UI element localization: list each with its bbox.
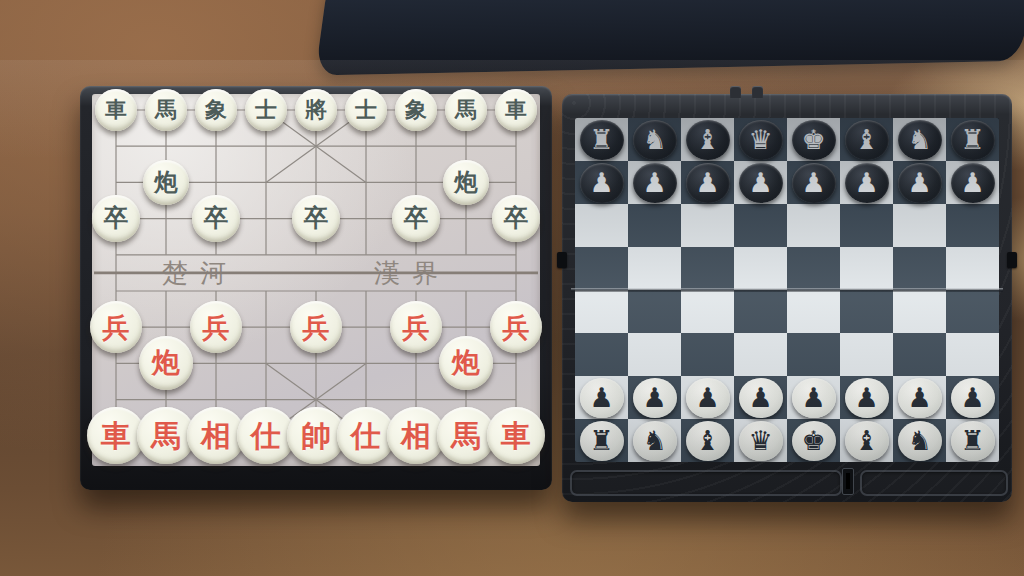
- hinge-tab-icon: [752, 86, 763, 98]
- case-latch[interactable]: [842, 468, 854, 495]
- piece-black-elephant[interactable]: 象: [395, 89, 437, 131]
- piece-red-soldier[interactable]: 兵: [190, 301, 242, 353]
- square-c6[interactable]: [681, 204, 734, 247]
- square-f5[interactable]: [840, 247, 893, 290]
- piece-black-pawn[interactable]: ♟: [686, 163, 730, 203]
- square-h8[interactable]: ♜: [946, 118, 999, 161]
- square-b6[interactable]: [628, 204, 681, 247]
- chess-board-area: ♜♞♝♛♚♝♞♜♟♟♟♟♟♟♟♟♟♟♟♟♟♟♟♟♜♞♝♛♚♝♞♜: [575, 118, 999, 462]
- piece-black-bishop[interactable]: ♝: [845, 120, 889, 160]
- piece-red-chariot[interactable]: 車: [487, 407, 544, 464]
- square-e5[interactable]: [787, 247, 840, 290]
- piece-black-chariot[interactable]: 車: [95, 89, 137, 131]
- square-h1[interactable]: ♜: [946, 419, 999, 462]
- square-f8[interactable]: ♝: [840, 118, 893, 161]
- square-g6[interactable]: [893, 204, 946, 247]
- piece-black-cannon[interactable]: 炮: [143, 160, 188, 205]
- square-h2[interactable]: ♟: [946, 376, 999, 419]
- square-a8[interactable]: ♜: [575, 118, 628, 161]
- side-hinge-pin-icon: [557, 252, 567, 268]
- square-e3[interactable]: [787, 333, 840, 376]
- square-b2[interactable]: ♟: [628, 376, 681, 419]
- piece-black-advisor[interactable]: 士: [345, 89, 387, 131]
- piece-black-soldier[interactable]: 卒: [292, 195, 339, 242]
- piece-black-pawn[interactable]: ♟: [792, 163, 836, 203]
- square-b3[interactable]: [628, 333, 681, 376]
- square-h4[interactable]: [946, 290, 999, 333]
- piece-black-pawn[interactable]: ♟: [951, 163, 995, 203]
- piece-black-chariot[interactable]: 車: [495, 89, 537, 131]
- square-f2[interactable]: ♟: [840, 376, 893, 419]
- square-g8[interactable]: ♞: [893, 118, 946, 161]
- piece-white-pawn[interactable]: ♟: [845, 378, 889, 418]
- piece-red-elephant[interactable]: 相: [387, 407, 444, 464]
- piece-white-bishop[interactable]: ♝: [686, 421, 730, 461]
- square-d7[interactable]: ♟: [734, 161, 787, 204]
- piece-white-pawn[interactable]: ♟: [633, 378, 677, 418]
- piece-white-knight[interactable]: ♞: [898, 421, 942, 461]
- piece-red-chariot[interactable]: 車: [87, 407, 144, 464]
- piece-red-soldier[interactable]: 兵: [490, 301, 542, 353]
- square-d8[interactable]: ♛: [734, 118, 787, 161]
- square-a6[interactable]: [575, 204, 628, 247]
- piece-black-pawn[interactable]: ♟: [580, 163, 624, 203]
- piece-white-pawn[interactable]: ♟: [898, 378, 942, 418]
- latch-slot-icon: [846, 473, 850, 489]
- piece-red-general[interactable]: 帥: [287, 407, 344, 464]
- square-a1[interactable]: ♜: [575, 419, 628, 462]
- piece-black-knight[interactable]: ♞: [633, 120, 677, 160]
- piece-white-pawn[interactable]: ♟: [792, 378, 836, 418]
- piece-black-knight[interactable]: ♞: [898, 120, 942, 160]
- square-b1[interactable]: ♞: [628, 419, 681, 462]
- square-e8[interactable]: ♚: [787, 118, 840, 161]
- square-e7[interactable]: ♟: [787, 161, 840, 204]
- piece-red-soldier[interactable]: 兵: [90, 301, 142, 353]
- square-h7[interactable]: ♟: [946, 161, 999, 204]
- square-b5[interactable]: [628, 247, 681, 290]
- square-c7[interactable]: ♟: [681, 161, 734, 204]
- piece-black-soldier[interactable]: 卒: [192, 195, 239, 242]
- square-a3[interactable]: [575, 333, 628, 376]
- case-molding-panel: [570, 470, 842, 496]
- piece-black-queen[interactable]: ♛: [739, 120, 783, 160]
- piece-black-bishop[interactable]: ♝: [686, 120, 730, 160]
- square-a7[interactable]: ♟: [575, 161, 628, 204]
- square-a5[interactable]: [575, 247, 628, 290]
- piece-white-pawn[interactable]: ♟: [580, 378, 624, 418]
- square-c1[interactable]: ♝: [681, 419, 734, 462]
- piece-black-cannon[interactable]: 炮: [443, 160, 488, 205]
- piece-red-soldier[interactable]: 兵: [290, 301, 342, 353]
- square-c5[interactable]: [681, 247, 734, 290]
- piece-black-rook[interactable]: ♜: [951, 120, 995, 160]
- case-molding-panel: [860, 470, 1008, 496]
- piece-white-knight[interactable]: ♞: [633, 421, 677, 461]
- piece-black-elephant[interactable]: 象: [195, 89, 237, 131]
- square-d5[interactable]: [734, 247, 787, 290]
- square-a4[interactable]: [575, 290, 628, 333]
- square-f3[interactable]: [840, 333, 893, 376]
- dark-object-background: [315, 0, 1024, 76]
- square-g5[interactable]: [893, 247, 946, 290]
- piece-red-advisor[interactable]: 仕: [337, 407, 394, 464]
- piece-white-rook[interactable]: ♜: [580, 421, 624, 461]
- xiangqi-board-set: 楚河 漢界 車馬象士將士象馬車炮炮卒卒卒卒卒兵兵兵兵兵炮炮車馬相仕帥仕相馬車: [80, 86, 552, 490]
- square-d6[interactable]: [734, 204, 787, 247]
- square-c2[interactable]: ♟: [681, 376, 734, 419]
- square-h3[interactable]: [946, 333, 999, 376]
- square-e4[interactable]: [787, 290, 840, 333]
- square-b4[interactable]: [628, 290, 681, 333]
- square-h5[interactable]: [946, 247, 999, 290]
- hinge-tab-icon: [730, 86, 741, 98]
- square-e2[interactable]: ♟: [787, 376, 840, 419]
- piece-white-pawn[interactable]: ♟: [951, 378, 995, 418]
- piece-black-pawn[interactable]: ♟: [739, 163, 783, 203]
- chess-board-set: ♜♞♝♛♚♝♞♜♟♟♟♟♟♟♟♟♟♟♟♟♟♟♟♟♜♞♝♛♚♝♞♜: [562, 94, 1012, 502]
- piece-white-queen[interactable]: ♛: [739, 421, 783, 461]
- square-d4[interactable]: [734, 290, 787, 333]
- piece-black-soldier[interactable]: 卒: [392, 195, 439, 242]
- square-g7[interactable]: ♟: [893, 161, 946, 204]
- chess-board: ♜♞♝♛♚♝♞♜♟♟♟♟♟♟♟♟♟♟♟♟♟♟♟♟♜♞♝♛♚♝♞♜: [575, 118, 999, 462]
- piece-white-bishop[interactable]: ♝: [845, 421, 889, 461]
- piece-black-soldier[interactable]: 卒: [492, 195, 539, 242]
- photo-scene: 楚河 漢界 車馬象士將士象馬車炮炮卒卒卒卒卒兵兵兵兵兵炮炮車馬相仕帥仕相馬車 ♜…: [0, 0, 1024, 576]
- square-c3[interactable]: [681, 333, 734, 376]
- piece-black-soldier[interactable]: 卒: [92, 195, 139, 242]
- square-d1[interactable]: ♛: [734, 419, 787, 462]
- piece-black-advisor[interactable]: 士: [245, 89, 287, 131]
- piece-black-pawn[interactable]: ♟: [898, 163, 942, 203]
- piece-black-pawn[interactable]: ♟: [633, 163, 677, 203]
- piece-black-rook[interactable]: ♜: [580, 120, 624, 160]
- piece-white-king[interactable]: ♚: [792, 421, 836, 461]
- square-b7[interactable]: ♟: [628, 161, 681, 204]
- piece-black-horse[interactable]: 馬: [445, 89, 487, 131]
- square-d3[interactable]: [734, 333, 787, 376]
- square-g2[interactable]: ♟: [893, 376, 946, 419]
- piece-red-elephant[interactable]: 相: [187, 407, 244, 464]
- square-d2[interactable]: ♟: [734, 376, 787, 419]
- piece-black-king[interactable]: ♚: [792, 120, 836, 160]
- square-f6[interactable]: [840, 204, 893, 247]
- xiangqi-board-surface: 楚河 漢界 車馬象士將士象馬車炮炮卒卒卒卒卒兵兵兵兵兵炮炮車馬相仕帥仕相馬車: [92, 94, 540, 466]
- square-e6[interactable]: [787, 204, 840, 247]
- piece-red-horse[interactable]: 馬: [437, 407, 494, 464]
- square-c8[interactable]: ♝: [681, 118, 734, 161]
- square-e1[interactable]: ♚: [787, 419, 840, 462]
- piece-black-horse[interactable]: 馬: [145, 89, 187, 131]
- square-g1[interactable]: ♞: [893, 419, 946, 462]
- piece-white-rook[interactable]: ♜: [951, 421, 995, 461]
- square-c4[interactable]: [681, 290, 734, 333]
- side-hinge-pin-icon: [1007, 252, 1017, 268]
- square-f1[interactable]: ♝: [840, 419, 893, 462]
- square-a2[interactable]: ♟: [575, 376, 628, 419]
- piece-red-advisor[interactable]: 仕: [237, 407, 294, 464]
- square-f7[interactable]: ♟: [840, 161, 893, 204]
- square-g3[interactable]: [893, 333, 946, 376]
- square-b8[interactable]: ♞: [628, 118, 681, 161]
- piece-black-general[interactable]: 將: [295, 89, 337, 131]
- square-g4[interactable]: [893, 290, 946, 333]
- piece-red-horse[interactable]: 馬: [137, 407, 194, 464]
- piece-white-pawn[interactable]: ♟: [686, 378, 730, 418]
- square-f4[interactable]: [840, 290, 893, 333]
- piece-red-cannon[interactable]: 炮: [439, 336, 493, 390]
- square-h6[interactable]: [946, 204, 999, 247]
- piece-black-pawn[interactable]: ♟: [845, 163, 889, 203]
- piece-white-pawn[interactable]: ♟: [739, 378, 783, 418]
- piece-red-soldier[interactable]: 兵: [390, 301, 442, 353]
- piece-red-cannon[interactable]: 炮: [139, 336, 193, 390]
